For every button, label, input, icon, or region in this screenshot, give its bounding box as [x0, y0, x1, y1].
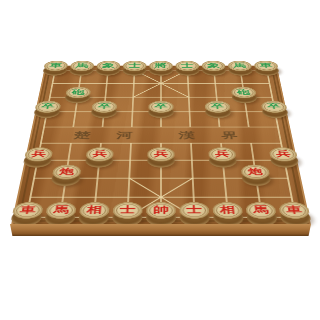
board-intersection — [145, 169, 177, 187]
piece-top-face: 砲 — [65, 87, 91, 98]
board-intersection: 兵 — [20, 152, 54, 169]
xiangqi-board: 楚河 漢界 車馬象士將士象馬車砲砲卒卒卒卒卒兵兵兵兵兵炮炮車馬相士帥士相馬車 — [11, 66, 311, 225]
board-intersection — [54, 135, 86, 152]
piece-green-horse[interactable]: 馬 — [228, 65, 253, 75]
piece-red-general[interactable]: 帥 — [146, 209, 176, 226]
piece-character: 士 — [112, 202, 142, 218]
piece-character: 炮 — [52, 164, 82, 179]
piece-red-cannon[interactable]: 炮 — [51, 171, 81, 186]
board-intersection — [174, 77, 202, 91]
board-intersection — [233, 119, 265, 135]
board-intersection: 卒 — [89, 104, 119, 119]
piece-green-soldier[interactable]: 卒 — [148, 106, 173, 118]
piece-green-advisor[interactable]: 士 — [122, 65, 146, 75]
board-intersection — [57, 119, 89, 135]
piece-character: 車 — [11, 202, 44, 218]
board-intersection: 馬 — [67, 64, 95, 77]
board-intersection: 兵 — [145, 152, 176, 169]
piece-green-chariot[interactable]: 車 — [42, 65, 67, 75]
piece-character: 將 — [149, 61, 172, 71]
board-front-edge — [10, 224, 311, 236]
piece-character: 相 — [79, 202, 110, 218]
piece-green-soldier[interactable]: 卒 — [205, 106, 231, 118]
board-grid: 車馬象士將士象馬車砲砲卒卒卒卒卒兵兵兵兵兵炮炮車馬相士帥士相馬車 — [7, 64, 314, 228]
board-intersection: 砲 — [62, 90, 92, 104]
board-intersection — [60, 104, 91, 119]
piece-character: 馬 — [70, 61, 95, 71]
piece-character: 馬 — [228, 61, 253, 71]
piece-character: 卒 — [148, 101, 173, 113]
piece-red-chariot[interactable]: 車 — [10, 209, 43, 226]
piece-red-soldier[interactable]: 兵 — [85, 153, 114, 167]
piece-character: 車 — [254, 61, 279, 71]
piece-top-face: 車 — [254, 61, 279, 71]
board-intersection — [115, 135, 146, 152]
piece-character: 士 — [123, 61, 147, 71]
piece-red-chariot[interactable]: 車 — [279, 209, 312, 226]
piece-red-soldier[interactable]: 兵 — [270, 153, 300, 167]
piece-green-chariot[interactable]: 車 — [254, 65, 279, 75]
piece-top-face: 炮 — [52, 164, 82, 179]
piece-character: 馬 — [45, 202, 77, 218]
board-intersection — [147, 77, 174, 91]
piece-top-face: 兵 — [147, 147, 174, 161]
board-intersection — [176, 135, 207, 152]
piece-character: 卒 — [205, 101, 231, 113]
piece-top-face: 相 — [79, 202, 110, 218]
piece-top-face: 將 — [149, 61, 172, 71]
product-photo-scene: 楚河 漢界 車馬象士將士象馬車砲砲卒卒卒卒卒兵兵兵兵兵炮炮車馬相士帥士相馬車 — [0, 0, 320, 320]
board-intersection: 象 — [94, 64, 122, 77]
piece-top-face: 兵 — [24, 147, 54, 161]
board-intersection — [270, 169, 305, 187]
piece-green-elephant[interactable]: 象 — [96, 65, 120, 75]
board-intersection — [118, 104, 147, 119]
piece-top-face: 士 — [176, 61, 200, 71]
piece-top-face: 卒 — [34, 101, 61, 113]
board-intersection: 兵 — [83, 152, 116, 169]
piece-red-soldier[interactable]: 兵 — [147, 153, 175, 167]
piece-top-face: 車 — [11, 202, 44, 218]
piece-top-face: 相 — [212, 202, 243, 218]
piece-red-horse[interactable]: 馬 — [246, 209, 278, 226]
piece-red-soldier[interactable]: 兵 — [209, 153, 238, 167]
piece-top-face: 馬 — [45, 202, 77, 218]
board-intersection — [81, 169, 115, 187]
board-intersection — [204, 119, 235, 135]
piece-character: 車 — [43, 61, 68, 71]
piece-green-horse[interactable]: 馬 — [69, 65, 94, 75]
piece-character: 車 — [278, 202, 311, 218]
board-intersection — [175, 119, 205, 135]
board-intersection — [177, 169, 210, 187]
board-intersection — [16, 169, 51, 187]
board-intersection: 車 — [40, 64, 69, 77]
board-intersection: 兵 — [207, 152, 240, 169]
board-intersection — [117, 119, 147, 135]
piece-character: 帥 — [146, 202, 176, 218]
piece-green-soldier[interactable]: 卒 — [33, 106, 61, 118]
piece-character: 象 — [202, 61, 226, 71]
piece-top-face: 炮 — [240, 164, 270, 179]
board-intersection — [37, 77, 67, 91]
piece-top-face: 象 — [96, 61, 120, 71]
piece-top-face: 馬 — [228, 61, 253, 71]
piece-top-face: 士 — [123, 61, 147, 71]
piece-red-elephant[interactable]: 相 — [213, 209, 244, 226]
board-intersection: 將 — [148, 64, 175, 77]
piece-top-face: 馬 — [70, 61, 95, 71]
board-intersection — [235, 135, 267, 152]
piece-red-advisor[interactable]: 士 — [180, 209, 210, 226]
board-intersection: 車 — [253, 64, 282, 77]
board-intersection: 卒 — [260, 104, 291, 119]
board-intersection — [176, 152, 208, 169]
piece-red-horse[interactable]: 馬 — [44, 209, 76, 226]
piece-green-soldier[interactable]: 卒 — [91, 106, 117, 118]
board-intersection: 炮 — [48, 169, 82, 187]
piece-character: 兵 — [208, 147, 236, 161]
board-intersection — [119, 90, 147, 104]
piece-top-face: 卒 — [261, 101, 288, 113]
piece-character: 兵 — [86, 147, 114, 161]
piece-top-face: 車 — [278, 202, 311, 218]
piece-green-general[interactable]: 將 — [149, 65, 173, 75]
piece-character: 砲 — [231, 87, 257, 98]
piece-character: 兵 — [24, 147, 54, 161]
piece-top-face: 兵 — [208, 147, 236, 161]
piece-top-face: 兵 — [269, 147, 299, 161]
board-intersection — [146, 119, 176, 135]
piece-character: 卒 — [34, 101, 61, 113]
piece-character: 相 — [212, 202, 243, 218]
board-intersection: 士 — [121, 64, 148, 77]
board-intersection: 士 — [174, 64, 201, 77]
piece-red-soldier[interactable]: 兵 — [22, 153, 52, 167]
piece-top-face: 卒 — [91, 101, 117, 113]
piece-character: 兵 — [269, 147, 299, 161]
piece-top-face: 士 — [179, 202, 209, 218]
piece-top-face: 象 — [202, 61, 226, 71]
piece-character: 兵 — [147, 147, 174, 161]
board-intersection: 卒 — [203, 104, 233, 119]
board-intersection: 卒 — [31, 104, 62, 119]
board-intersection — [175, 90, 203, 104]
board-intersection — [208, 169, 242, 187]
piece-top-face: 帥 — [146, 202, 176, 218]
piece-green-elephant[interactable]: 象 — [202, 65, 226, 75]
piece-top-face: 砲 — [231, 87, 257, 98]
piece-top-face: 卒 — [205, 101, 231, 113]
board-intersection — [120, 77, 148, 91]
board-intersection: 卒 — [147, 104, 176, 119]
piece-red-elephant[interactable]: 相 — [78, 209, 109, 226]
piece-green-cannon[interactable]: 砲 — [64, 92, 90, 104]
piece-top-face: 車 — [43, 61, 68, 71]
piece-red-cannon[interactable]: 炮 — [241, 171, 271, 186]
board-intersection — [262, 119, 294, 135]
board-intersection: 象 — [200, 64, 228, 77]
piece-green-advisor[interactable]: 士 — [176, 65, 200, 75]
piece-character: 卒 — [91, 101, 117, 113]
piece-top-face: 兵 — [86, 147, 114, 161]
board-intersection — [255, 77, 285, 91]
board-intersection — [87, 119, 118, 135]
board-intersection — [175, 104, 204, 119]
board-intersection: 兵 — [268, 152, 302, 169]
piece-green-soldier[interactable]: 卒 — [261, 106, 289, 118]
board-intersection — [92, 77, 120, 91]
piece-red-advisor[interactable]: 士 — [112, 209, 142, 226]
piece-top-face: 士 — [112, 202, 142, 218]
piece-character: 炮 — [240, 164, 270, 179]
board-intersection: 砲 — [230, 90, 260, 104]
board-intersection — [114, 152, 146, 169]
board-intersection — [28, 119, 60, 135]
board-intersection — [231, 104, 262, 119]
board-intersection — [113, 169, 146, 187]
board-intersection — [201, 77, 229, 91]
piece-character: 士 — [179, 202, 209, 218]
piece-character: 象 — [96, 61, 120, 71]
piece-top-face: 馬 — [245, 202, 277, 218]
piece-character: 士 — [176, 61, 200, 71]
board-intersection: 馬 — [226, 64, 254, 77]
piece-character: 卒 — [261, 101, 288, 113]
piece-character: 馬 — [245, 202, 277, 218]
piece-green-cannon[interactable]: 砲 — [231, 92, 257, 104]
board-intersection: 炮 — [239, 169, 273, 187]
piece-top-face: 卒 — [148, 101, 173, 113]
piece-character: 砲 — [65, 87, 91, 98]
